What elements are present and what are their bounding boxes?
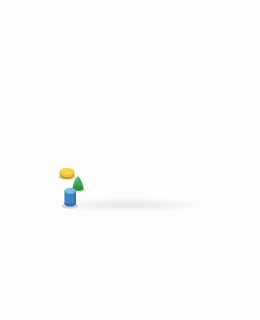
board-cell-48: 48 — [159, 137, 173, 145]
ladder-rung — [190, 158, 194, 159]
board-cell-15: 15 — [137, 161, 153, 171]
board-cell-57: 57 — [108, 134, 121, 142]
ladder-rung — [150, 142, 154, 144]
board-cell-6: 6 — [138, 170, 155, 181]
board-cell-70: 70 — [178, 123, 192, 130]
ladder-rung — [149, 166, 151, 169]
ladder-rung — [162, 150, 166, 152]
board-cell-78: 78 — [96, 122, 108, 129]
ladder-rung — [127, 128, 130, 129]
board-cell-92: 92 — [162, 108, 174, 114]
ladder-rung — [191, 153, 195, 154]
board-cell-88: 88 — [153, 113, 165, 119]
ladder-rung — [115, 120, 118, 121]
snake-64-60 — [75, 131, 114, 141]
ladder-rung — [135, 171, 137, 174]
ladder-rung — [130, 130, 133, 131]
board-cell-35: 35 — [135, 145, 150, 154]
dice-pip — [126, 136, 128, 137]
ladder-rung — [189, 167, 194, 168]
board-cell-62: 62 — [83, 129, 96, 136]
snake-head — [113, 130, 116, 132]
board-cell-28: 28 — [163, 151, 179, 160]
board-cell-76: 76 — [120, 121, 132, 128]
ladder-rung — [140, 169, 142, 172]
ladder-rung — [133, 131, 136, 132]
ladder-rung — [72, 160, 77, 162]
snake-head — [134, 112, 137, 113]
board-cell-90: 90 — [174, 112, 187, 118]
board-cell-65: 65 — [120, 127, 133, 134]
board-cell-43: 43 — [95, 141, 109, 149]
ladder-51-67 — [151, 125, 188, 134]
ladder-rung — [166, 129, 168, 131]
snake-head — [128, 166, 132, 169]
dice-pip — [129, 136, 131, 137]
ladder-rung — [156, 146, 160, 148]
ladder-21-42 — [73, 147, 90, 165]
snake-head — [146, 116, 149, 118]
board-cell-95: 95 — [130, 110, 142, 116]
edge-print-illegible — [117, 182, 163, 188]
ladder-rung — [144, 138, 148, 139]
snake-95-75 — [134, 112, 139, 123]
board-cell-11: 11 — [192, 156, 209, 166]
board-cell-63: 63 — [96, 128, 109, 135]
board-cell-27: 27 — [150, 152, 165, 161]
board-cell-29: 29 — [176, 150, 192, 159]
ladder-rung — [190, 161, 195, 162]
board-cell-39: 39 — [80, 150, 95, 159]
snake-98-78 — [101, 114, 105, 125]
ladder-rung — [192, 147, 196, 148]
board-cell-93: 93 — [151, 109, 163, 115]
board-cell-64: 64 — [108, 127, 120, 134]
snake-head — [156, 110, 159, 111]
printed-dice-icon — [122, 134, 134, 140]
board-cell-97: 97 — [108, 111, 119, 117]
ladder-rung — [162, 129, 164, 131]
ladder-rung — [120, 176, 122, 179]
board-cell-61: 61 — [70, 130, 84, 137]
board-cell-96: 96 — [119, 110, 130, 116]
board-cell-52: 52 — [169, 129, 183, 136]
board-cell-50: 50 — [183, 135, 198, 143]
snake-93-73 — [156, 111, 162, 122]
dice-pip — [124, 136, 126, 137]
ladder-rung — [147, 140, 151, 142]
board-cell-10: 10 — [195, 165, 213, 176]
ladder-rung — [120, 123, 123, 124]
dice-pip — [127, 137, 129, 138]
board-cell-9: 9 — [181, 166, 199, 177]
board-cell-81: 81 — [72, 118, 85, 124]
board-cell-99: 99 — [85, 112, 97, 118]
ladder-rung — [154, 128, 156, 130]
snake-head — [101, 114, 104, 116]
board-cell-54: 54 — [145, 131, 159, 138]
snake-16-6 — [130, 166, 147, 177]
ladder-rung — [183, 131, 185, 133]
board-cell-45: 45 — [121, 139, 135, 147]
board-cell-13: 13 — [165, 159, 181, 169]
board-cell-14: 14 — [151, 160, 167, 170]
board-cell-55: 55 — [133, 132, 146, 139]
ladder-4-14 — [116, 166, 162, 180]
board-cell-83: 83 — [97, 117, 109, 123]
pawn-group — [48, 163, 112, 213]
ladder-rung — [189, 164, 194, 165]
board-cell-42: 42 — [81, 142, 95, 151]
board-cell-30: 30 — [189, 149, 205, 158]
pawn-blue-cylinder — [64, 188, 76, 207]
snake-49-11 — [178, 138, 201, 162]
board-cell-75: 75 — [132, 120, 145, 127]
board-cell-69: 69 — [167, 123, 181, 130]
ladder-rung — [154, 165, 156, 168]
ladder-rung — [179, 130, 181, 132]
board-cell-31: 31 — [186, 141, 202, 149]
ladder-80-100 — [80, 116, 82, 127]
board-cell-82: 82 — [85, 118, 97, 124]
board-cell-5: 5 — [123, 171, 139, 182]
board-cell-85: 85 — [120, 115, 132, 121]
ladder-rung — [78, 154, 82, 156]
board-cell-40: 40 — [65, 151, 81, 160]
snake-87-24 — [114, 117, 157, 160]
board-cell-33: 33 — [161, 143, 176, 151]
ladder-rung — [159, 148, 163, 150]
board-cell-60: 60 — [68, 136, 83, 144]
ladder-rung — [75, 157, 79, 159]
board-cell-89: 89 — [163, 113, 176, 119]
board-cell-94: 94 — [141, 109, 153, 115]
board-cell-66: 66 — [132, 126, 145, 133]
board-cell-34: 34 — [148, 144, 163, 153]
board-cell-73: 73 — [154, 119, 167, 125]
board-cell-49: 49 — [171, 136, 186, 144]
board-cell-91: 91 — [172, 107, 184, 112]
board-cell-36: 36 — [122, 147, 136, 156]
product-photo-canvas: 1009998979695949392918182838485868788899… — [0, 0, 260, 320]
ladder-rung — [135, 133, 138, 134]
ladder-rung — [153, 144, 157, 146]
ladder-rung — [190, 156, 194, 157]
board-cell-41: 41 — [67, 143, 82, 152]
board-cell-84: 84 — [108, 116, 120, 122]
board-cell-74: 74 — [143, 119, 156, 125]
snake-head — [177, 138, 181, 140]
ladder-rung — [138, 135, 142, 136]
ladder-rung — [141, 137, 145, 138]
board-cell-53: 53 — [157, 130, 171, 137]
board-cell-37: 37 — [108, 148, 122, 157]
board-cell-79: 79 — [84, 123, 97, 130]
ladder-rung — [166, 152, 170, 154]
board-cell-51: 51 — [181, 128, 195, 135]
board-cell-80: 80 — [71, 124, 84, 131]
board-cell-77: 77 — [108, 122, 120, 129]
board-cell-98: 98 — [97, 112, 108, 118]
board-cell-71: 71 — [176, 117, 189, 123]
board-cell-68: 68 — [156, 124, 169, 131]
ladder-rung — [145, 168, 147, 171]
board-cell-25: 25 — [122, 154, 137, 164]
ladder-9-31 — [184, 146, 208, 172]
ladder-rung — [80, 151, 84, 152]
board-cell-32: 32 — [173, 142, 188, 150]
ladder-28-84 — [116, 116, 173, 160]
ladder-rung — [117, 122, 120, 123]
ladder-rung — [191, 150, 195, 151]
dice-pip — [126, 135, 128, 136]
board-cell-87: 87 — [142, 114, 154, 120]
board-cell-47: 47 — [147, 137, 161, 145]
board-cell-8: 8 — [167, 167, 184, 178]
ladder-rung — [125, 174, 127, 177]
ladder-rung — [130, 172, 132, 175]
board-cell-56: 56 — [121, 133, 134, 141]
pawn-yellow-disc — [60, 168, 75, 179]
ladder-rung — [170, 129, 172, 131]
ladder-rung — [122, 125, 125, 126]
board-cell-100: 100 — [74, 113, 86, 119]
ladder-rung — [158, 128, 160, 130]
ladder-rung — [175, 130, 177, 132]
board-cell-38: 38 — [94, 149, 108, 158]
ladder-rung — [83, 149, 87, 150]
board-cell-46: 46 — [134, 138, 148, 146]
snake-head — [88, 132, 92, 134]
board-cell-26: 26 — [136, 153, 151, 162]
board-cell-7: 7 — [153, 169, 170, 180]
board-cell-59: 59 — [82, 136, 96, 144]
board-cell-72: 72 — [165, 118, 178, 124]
ladder-rung — [125, 126, 128, 127]
board-cell-16: 16 — [123, 162, 138, 172]
board-cell-86: 86 — [131, 115, 143, 121]
board-cell-12: 12 — [179, 157, 196, 167]
board-cell-58: 58 — [95, 135, 108, 143]
board-cell-67: 67 — [144, 125, 157, 132]
board-cell-44: 44 — [108, 140, 121, 148]
